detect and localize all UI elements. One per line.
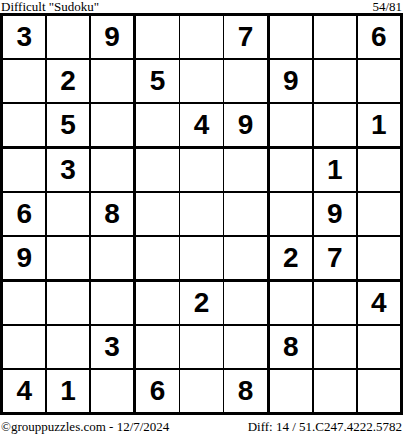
cell-r9c5[interactable] xyxy=(180,370,222,412)
cell-r4c1[interactable] xyxy=(3,149,45,191)
cell-r2c7: 9 xyxy=(270,60,312,102)
difficulty-code: Diff: 14 / 51.C247.4222.5782 xyxy=(248,420,402,433)
cell-r5c8: 9 xyxy=(314,193,356,235)
cell-r2c3[interactable] xyxy=(91,60,133,102)
cell-r2c2: 2 xyxy=(47,60,89,102)
cell-r1c2[interactable] xyxy=(47,16,89,58)
cell-r3c6: 9 xyxy=(224,104,266,146)
cell-r5c7[interactable] xyxy=(270,193,312,235)
cell-r1c8[interactable] xyxy=(314,16,356,58)
cell-r2c6[interactable] xyxy=(224,60,266,102)
cell-r7c3[interactable] xyxy=(91,282,133,324)
box-6: 1927 xyxy=(270,149,400,279)
cell-r6c7: 2 xyxy=(270,237,312,279)
cell-r1c9: 6 xyxy=(358,16,400,58)
cell-r9c7[interactable] xyxy=(270,370,312,412)
cell-r6c5[interactable] xyxy=(180,237,222,279)
header: Difficult "Sudoku" 54/81 xyxy=(0,0,403,13)
cell-r8c2[interactable] xyxy=(47,326,89,368)
cell-r7c9: 4 xyxy=(358,282,400,324)
cell-r6c2[interactable] xyxy=(47,237,89,279)
footer: ©grouppuzzles.com - 12/7/2024 Diff: 14 /… xyxy=(0,420,403,433)
box-9: 48 xyxy=(270,282,400,412)
sudoku-page: Difficult "Sudoku" 54/81 392575496913689… xyxy=(0,0,403,437)
cell-r3c1[interactable] xyxy=(3,104,45,146)
cell-r9c2: 1 xyxy=(47,370,89,412)
cell-r7c2[interactable] xyxy=(47,282,89,324)
cell-r4c8: 1 xyxy=(314,149,356,191)
cell-r5c5[interactable] xyxy=(180,193,222,235)
cell-r3c2: 5 xyxy=(47,104,89,146)
cell-r4c7[interactable] xyxy=(270,149,312,191)
cell-r6c3[interactable] xyxy=(91,237,133,279)
cell-r1c6: 7 xyxy=(224,16,266,58)
cell-r6c4[interactable] xyxy=(136,237,178,279)
copyright-date: ©grouppuzzles.com - 12/7/2024 xyxy=(1,420,169,433)
cell-r4c9[interactable] xyxy=(358,149,400,191)
cell-r7c1[interactable] xyxy=(3,282,45,324)
cell-r1c5[interactable] xyxy=(180,16,222,58)
cell-r4c6[interactable] xyxy=(224,149,266,191)
cell-r6c8: 7 xyxy=(314,237,356,279)
cell-r1c1: 3 xyxy=(3,16,45,58)
cell-r3c8[interactable] xyxy=(314,104,356,146)
box-3: 691 xyxy=(270,16,400,146)
cell-r4c5[interactable] xyxy=(180,149,222,191)
box-8: 268 xyxy=(136,282,266,412)
cell-r7c4[interactable] xyxy=(136,282,178,324)
cell-r2c5[interactable] xyxy=(180,60,222,102)
cell-r8c4[interactable] xyxy=(136,326,178,368)
cell-r3c3[interactable] xyxy=(91,104,133,146)
box-2: 7549 xyxy=(136,16,266,146)
cell-r8c9[interactable] xyxy=(358,326,400,368)
box-7: 341 xyxy=(3,282,133,412)
cell-r1c3: 9 xyxy=(91,16,133,58)
box-4: 3689 xyxy=(3,149,133,279)
cell-r9c4: 6 xyxy=(136,370,178,412)
cell-r8c3: 3 xyxy=(91,326,133,368)
cell-r4c3[interactable] xyxy=(91,149,133,191)
box-5 xyxy=(136,149,266,279)
cell-r7c5: 2 xyxy=(180,282,222,324)
cell-r4c2: 3 xyxy=(47,149,89,191)
cell-r2c1[interactable] xyxy=(3,60,45,102)
cell-r2c8[interactable] xyxy=(314,60,356,102)
cell-r7c8[interactable] xyxy=(314,282,356,324)
cell-r7c7[interactable] xyxy=(270,282,312,324)
cell-r3c5: 4 xyxy=(180,104,222,146)
cell-r9c9[interactable] xyxy=(358,370,400,412)
cell-r8c5[interactable] xyxy=(180,326,222,368)
cell-r5c9[interactable] xyxy=(358,193,400,235)
cell-r8c1[interactable] xyxy=(3,326,45,368)
cell-r5c1: 6 xyxy=(3,193,45,235)
puzzle-title: Difficult "Sudoku" xyxy=(1,0,99,13)
cell-r9c6: 8 xyxy=(224,370,266,412)
cell-r7c6[interactable] xyxy=(224,282,266,324)
cell-r2c4: 5 xyxy=(136,60,178,102)
cell-r9c1: 4 xyxy=(3,370,45,412)
cell-r8c6[interactable] xyxy=(224,326,266,368)
cell-r6c1: 9 xyxy=(3,237,45,279)
cell-r3c7[interactable] xyxy=(270,104,312,146)
cell-r9c3[interactable] xyxy=(91,370,133,412)
cell-r6c6[interactable] xyxy=(224,237,266,279)
box-1: 3925 xyxy=(3,16,133,146)
cell-r1c7[interactable] xyxy=(270,16,312,58)
cell-r8c8[interactable] xyxy=(314,326,356,368)
empty-cell-counter: 54/81 xyxy=(372,0,402,13)
cell-r3c9: 1 xyxy=(358,104,400,146)
cell-r3c4[interactable] xyxy=(136,104,178,146)
cell-r1c4[interactable] xyxy=(136,16,178,58)
cell-r9c8[interactable] xyxy=(314,370,356,412)
cell-r8c7: 8 xyxy=(270,326,312,368)
cell-r2c9[interactable] xyxy=(358,60,400,102)
cell-r5c2[interactable] xyxy=(47,193,89,235)
cell-r5c6[interactable] xyxy=(224,193,266,235)
sudoku-board: 392575496913689192734126848 xyxy=(0,13,403,415)
cell-r5c3: 8 xyxy=(91,193,133,235)
cell-r5c4[interactable] xyxy=(136,193,178,235)
cell-r4c4[interactable] xyxy=(136,149,178,191)
cell-r6c9[interactable] xyxy=(358,237,400,279)
